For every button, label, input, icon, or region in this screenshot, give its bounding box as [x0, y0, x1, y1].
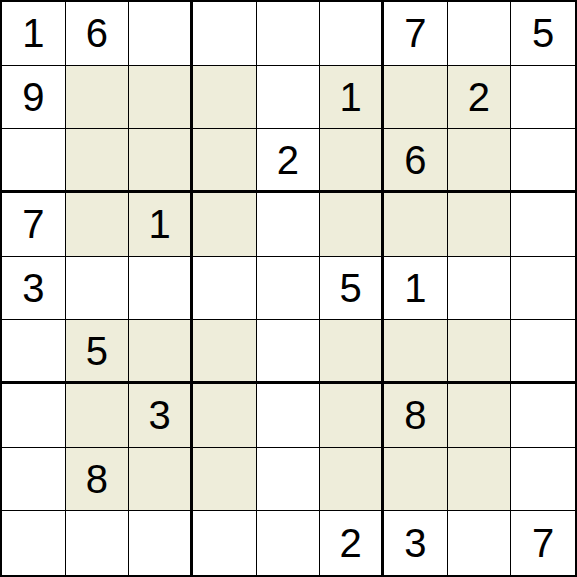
- cell-digit: 8: [404, 395, 426, 435]
- cell-r1c8[interactable]: [448, 2, 512, 66]
- cell-r6c3[interactable]: [129, 320, 193, 384]
- cell-r5c2[interactable]: [66, 257, 130, 321]
- cell-r3c2[interactable]: [66, 129, 130, 193]
- cell-digit: 2: [468, 77, 490, 117]
- cell-r1c1[interactable]: 1: [2, 2, 66, 66]
- cell-r8c1[interactable]: [2, 448, 66, 512]
- cell-r7c2[interactable]: [66, 384, 130, 448]
- cell-digit: 1: [149, 204, 171, 244]
- cell-digit: 2: [340, 523, 362, 563]
- cell-r6c9[interactable]: [511, 320, 575, 384]
- cell-r6c2[interactable]: 5: [66, 320, 130, 384]
- cell-r2c8[interactable]: 2: [448, 66, 512, 130]
- cell-r2c2[interactable]: [66, 66, 130, 130]
- cell-r2c6[interactable]: 1: [320, 66, 384, 130]
- cell-r6c7[interactable]: [384, 320, 448, 384]
- cell-digit: 3: [22, 268, 44, 308]
- cell-digit: 3: [149, 395, 171, 435]
- cell-digit: 7: [22, 204, 44, 244]
- cell-r3c4[interactable]: [193, 129, 257, 193]
- cell-digit: 1: [404, 268, 426, 308]
- cell-r8c4[interactable]: [193, 448, 257, 512]
- cell-digit: 5: [532, 13, 554, 53]
- cell-r5c7[interactable]: 1: [384, 257, 448, 321]
- cell-r9c8[interactable]: [448, 511, 512, 575]
- cell-digit: 7: [404, 13, 426, 53]
- cell-digit: 6: [86, 13, 108, 53]
- cell-r5c5[interactable]: [257, 257, 321, 321]
- cell-r4c5[interactable]: [257, 193, 321, 257]
- cell-r7c4[interactable]: [193, 384, 257, 448]
- cell-r2c4[interactable]: [193, 66, 257, 130]
- cell-r9c2[interactable]: [66, 511, 130, 575]
- cell-r3c1[interactable]: [2, 129, 66, 193]
- cell-digit: 2: [277, 140, 299, 180]
- cell-r7c9[interactable]: [511, 384, 575, 448]
- cell-r3c3[interactable]: [129, 129, 193, 193]
- cell-r7c7[interactable]: 8: [384, 384, 448, 448]
- cell-r2c9[interactable]: [511, 66, 575, 130]
- cell-r4c3[interactable]: 1: [129, 193, 193, 257]
- cell-r9c7[interactable]: 3: [384, 511, 448, 575]
- sudoku-board: 167591226713515388237: [0, 0, 577, 577]
- cell-r8c7[interactable]: [384, 448, 448, 512]
- cell-r7c1[interactable]: [2, 384, 66, 448]
- cell-r2c7[interactable]: [384, 66, 448, 130]
- cell-r4c4[interactable]: [193, 193, 257, 257]
- cell-digit: 1: [340, 77, 362, 117]
- cell-r5c1[interactable]: 3: [2, 257, 66, 321]
- cell-r5c9[interactable]: [511, 257, 575, 321]
- cell-r1c2[interactable]: 6: [66, 2, 130, 66]
- cell-r9c5[interactable]: [257, 511, 321, 575]
- cell-r5c4[interactable]: [193, 257, 257, 321]
- cell-r4c7[interactable]: [384, 193, 448, 257]
- cell-r8c3[interactable]: [129, 448, 193, 512]
- cell-r4c9[interactable]: [511, 193, 575, 257]
- cell-r3c9[interactable]: [511, 129, 575, 193]
- cell-r3c8[interactable]: [448, 129, 512, 193]
- cell-r1c4[interactable]: [193, 2, 257, 66]
- cell-r7c3[interactable]: 3: [129, 384, 193, 448]
- cell-r5c6[interactable]: 5: [320, 257, 384, 321]
- cell-r6c5[interactable]: [257, 320, 321, 384]
- cell-r6c1[interactable]: [2, 320, 66, 384]
- cell-r9c3[interactable]: [129, 511, 193, 575]
- cell-digit: 8: [86, 459, 108, 499]
- cell-r8c8[interactable]: [448, 448, 512, 512]
- cell-r1c5[interactable]: [257, 2, 321, 66]
- cell-digit: 3: [404, 523, 426, 563]
- cell-r4c1[interactable]: 7: [2, 193, 66, 257]
- cell-r7c6[interactable]: [320, 384, 384, 448]
- cell-r2c1[interactable]: 9: [2, 66, 66, 130]
- cell-r3c7[interactable]: 6: [384, 129, 448, 193]
- cell-r5c3[interactable]: [129, 257, 193, 321]
- cell-r5c8[interactable]: [448, 257, 512, 321]
- cell-digit: 1: [22, 13, 44, 53]
- cell-r9c9[interactable]: 7: [511, 511, 575, 575]
- cell-r7c8[interactable]: [448, 384, 512, 448]
- cell-digit: 9: [22, 77, 44, 117]
- cell-r9c6[interactable]: 2: [320, 511, 384, 575]
- cell-r1c7[interactable]: 7: [384, 2, 448, 66]
- cell-digit: 5: [86, 331, 108, 371]
- cell-r8c9[interactable]: [511, 448, 575, 512]
- cell-r8c6[interactable]: [320, 448, 384, 512]
- cell-r4c2[interactable]: [66, 193, 130, 257]
- cell-r2c3[interactable]: [129, 66, 193, 130]
- cell-r3c6[interactable]: [320, 129, 384, 193]
- cell-r2c5[interactable]: [257, 66, 321, 130]
- cell-r6c4[interactable]: [193, 320, 257, 384]
- cell-r1c9[interactable]: 5: [511, 2, 575, 66]
- cell-r4c6[interactable]: [320, 193, 384, 257]
- cell-digit: 6: [404, 140, 426, 180]
- cell-r3c5[interactable]: 2: [257, 129, 321, 193]
- cell-digit: 7: [532, 523, 554, 563]
- cell-r4c8[interactable]: [448, 193, 512, 257]
- cell-r8c5[interactable]: [257, 448, 321, 512]
- cell-r1c3[interactable]: [129, 2, 193, 66]
- cell-r8c2[interactable]: 8: [66, 448, 130, 512]
- cell-r1c6[interactable]: [320, 2, 384, 66]
- cell-r6c6[interactable]: [320, 320, 384, 384]
- cell-r6c8[interactable]: [448, 320, 512, 384]
- cell-r7c5[interactable]: [257, 384, 321, 448]
- cell-r9c4[interactable]: [193, 511, 257, 575]
- cell-digit: 5: [340, 268, 362, 308]
- cell-r9c1[interactable]: [2, 511, 66, 575]
